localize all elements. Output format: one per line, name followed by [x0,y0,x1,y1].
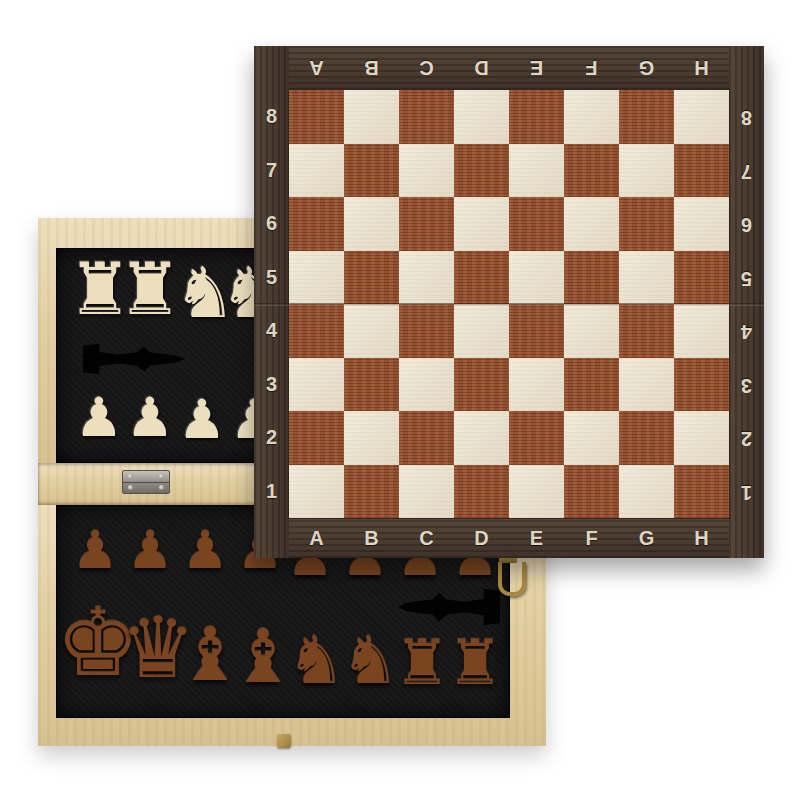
square-f7[interactable] [564,144,619,198]
square-c8[interactable] [399,90,454,144]
square-b1[interactable] [344,465,399,519]
square-e2[interactable] [509,411,564,465]
square-f1[interactable] [564,465,619,519]
square-g2[interactable] [619,411,674,465]
rank-label: 5 [254,251,289,305]
file-label: D [454,46,509,90]
square-b4[interactable] [344,304,399,358]
square-h5[interactable] [674,251,729,305]
square-e3[interactable] [509,358,564,412]
square-b5[interactable] [344,251,399,305]
square-d5[interactable] [454,251,509,305]
stored-piece-dark-rook[interactable]: ♜ [394,632,450,694]
square-e4[interactable] [509,304,564,358]
square-a7[interactable] [289,144,344,198]
stored-piece-dark-pawn[interactable]: ♟ [182,524,229,576]
file-label: A [289,46,344,90]
file-label: D [454,518,509,558]
rank-label: 1 [729,465,764,519]
file-label: B [344,518,399,558]
square-a4[interactable] [289,304,344,358]
square-d7[interactable] [454,144,509,198]
square-d1[interactable] [454,465,509,519]
hinge-seam [123,482,169,483]
square-h1[interactable] [674,465,729,519]
square-g8[interactable] [619,90,674,144]
file-labels-bottom: ABCDEFGH [289,518,729,558]
square-e5[interactable] [509,251,564,305]
stored-piece-dark-pawn[interactable]: ♟ [127,524,174,576]
file-label: F [564,46,619,90]
stored-piece-light-pawn[interactable]: ♟ [178,393,226,447]
square-f3[interactable] [564,358,619,412]
square-b2[interactable] [344,411,399,465]
file-label: E [509,46,564,90]
rank-label: 4 [254,304,289,358]
rank-label: 2 [254,411,289,465]
square-e7[interactable] [509,144,564,198]
square-h4[interactable] [674,304,729,358]
brass-latch-icon[interactable] [498,562,526,596]
square-d6[interactable] [454,197,509,251]
file-label: H [674,46,729,90]
rank-label: 3 [254,358,289,412]
square-a3[interactable] [289,358,344,412]
hinge-screw [159,485,164,490]
file-label: E [509,518,564,558]
square-a6[interactable] [289,197,344,251]
stored-piece-dark-rook[interactable]: ♜ [447,632,503,694]
rank-label: 1 [254,465,289,519]
stored-piece-light-pawn[interactable]: ♟ [126,391,174,445]
square-f6[interactable] [564,197,619,251]
square-e6[interactable] [509,197,564,251]
square-f8[interactable] [564,90,619,144]
square-a5[interactable] [289,251,344,305]
rank-label: 8 [729,90,764,144]
square-g5[interactable] [619,251,674,305]
square-c3[interactable] [399,358,454,412]
file-labels-top: ABCDEFGH [289,46,729,90]
square-h3[interactable] [674,358,729,412]
hinge-screw [159,474,164,479]
hinge-screw [128,485,133,490]
square-g1[interactable] [619,465,674,519]
square-c1[interactable] [399,465,454,519]
square-c4[interactable] [399,304,454,358]
square-b3[interactable] [344,358,399,412]
square-d4[interactable] [454,304,509,358]
hinge-icon [122,470,170,494]
square-e1[interactable] [509,465,564,519]
square-d3[interactable] [454,358,509,412]
file-label: C [399,518,454,558]
square-h7[interactable] [674,144,729,198]
square-b8[interactable] [344,90,399,144]
square-c7[interactable] [399,144,454,198]
chess-board: ABCDEFGH ABCDEFGH 87654321 87654321 [254,46,764,558]
stored-piece-dark-knight[interactable]: ♞ [286,628,345,694]
square-g4[interactable] [619,304,674,358]
brass-clasp-icon[interactable] [277,734,291,748]
file-label: F [564,518,619,558]
square-c6[interactable] [399,197,454,251]
square-f4[interactable] [564,304,619,358]
stored-piece-light-pawn[interactable]: ♟ [75,391,123,445]
rank-label: 5 [729,251,764,305]
rank-label: 7 [729,144,764,198]
square-f2[interactable] [564,411,619,465]
square-a1[interactable] [289,465,344,519]
stored-piece-dark-knight[interactable]: ♞ [340,628,399,694]
square-c2[interactable] [399,411,454,465]
square-h8[interactable] [674,90,729,144]
file-label: G [619,518,674,558]
hinge-screw [128,474,133,479]
rank-label: 3 [729,358,764,412]
file-label: B [344,46,399,90]
file-label: G [619,46,674,90]
product-photo-scene: ♜♜♞♞♟♟♟♟ ♟♟♟♟♟♟♟♟♚♛♝♝♞♞♜♜ ABCDEFGH ABCDE… [0,0,800,800]
square-g7[interactable] [619,144,674,198]
square-c5[interactable] [399,251,454,305]
rank-label: 2 [729,411,764,465]
rank-label: 6 [729,197,764,251]
rank-label: 8 [254,90,289,144]
file-label: A [289,518,344,558]
square-b6[interactable] [344,197,399,251]
file-label: C [399,46,454,90]
square-h6[interactable] [674,197,729,251]
square-g6[interactable] [619,197,674,251]
stored-piece-dark-pawn[interactable]: ♟ [72,524,119,576]
board-fold-seam [254,303,764,306]
rank-label: 6 [254,197,289,251]
square-f5[interactable] [564,251,619,305]
square-a8[interactable] [289,90,344,144]
file-label: H [674,518,729,558]
rank-label: 7 [254,144,289,198]
rank-label: 4 [729,304,764,358]
square-d8[interactable] [454,90,509,144]
square-a2[interactable] [289,411,344,465]
square-h2[interactable] [674,411,729,465]
square-d2[interactable] [454,411,509,465]
square-b7[interactable] [344,144,399,198]
square-g3[interactable] [619,358,674,412]
stored-piece-light-rook[interactable]: ♜ [118,253,183,325]
square-e8[interactable] [509,90,564,144]
